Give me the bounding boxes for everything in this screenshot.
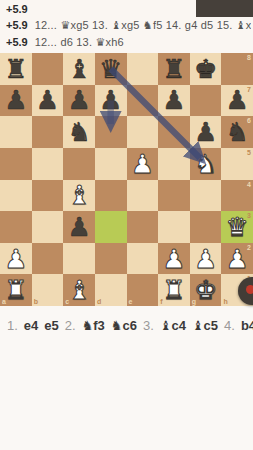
line1-eval: +5.9: [6, 19, 28, 31]
line2-moves: 12... d6 13. ♛xh6: [35, 36, 124, 48]
move-token[interactable]: ♞f3: [82, 318, 105, 333]
square-b4[interactable]: [32, 180, 64, 212]
square-d7[interactable]: ♟: [95, 85, 127, 117]
square-a7[interactable]: ♟: [0, 85, 32, 117]
black-queen[interactable]: ♛: [99, 56, 122, 82]
square-e6[interactable]: [127, 116, 159, 148]
white-pawn[interactable]: ♟: [4, 246, 27, 272]
square-d3[interactable]: [95, 211, 127, 243]
square-h2[interactable]: ♟2: [221, 243, 253, 275]
square-c7[interactable]: ♟: [63, 85, 95, 117]
white-pawn[interactable]: ♟: [194, 246, 217, 272]
move-token[interactable]: ♝c5: [192, 318, 218, 333]
coordinate-label: 5: [247, 149, 251, 156]
black-pawn[interactable]: ♟: [226, 87, 249, 113]
move-token[interactable]: e4: [24, 318, 38, 333]
move-token[interactable]: b4: [241, 318, 253, 333]
white-rook[interactable]: ♜: [4, 277, 27, 303]
square-f8[interactable]: ♜: [158, 53, 190, 85]
square-b7[interactable]: ♟: [32, 85, 64, 117]
square-h6[interactable]: ♞6: [221, 116, 253, 148]
black-pawn[interactable]: ♟: [194, 119, 217, 145]
move-number: 4.: [224, 318, 235, 333]
move-number: 2.: [65, 318, 76, 333]
square-h7[interactable]: ♟7: [221, 85, 253, 117]
white-rook[interactable]: ♜: [162, 277, 185, 303]
square-c1[interactable]: ♝c: [63, 274, 95, 306]
line1-moves: 12... ♛xg5 13. ♝xg5 ♞f5 14. g4 d5 15. ♝x…: [35, 19, 251, 31]
square-f7[interactable]: ♟: [158, 85, 190, 117]
square-c8[interactable]: ♝: [63, 53, 95, 85]
engine-line-2[interactable]: +5.912... d6 13. ♛xh6: [6, 36, 251, 49]
square-g1[interactable]: ♚g: [190, 274, 222, 306]
square-a5[interactable]: [0, 148, 32, 180]
square-b1[interactable]: b: [32, 274, 64, 306]
square-b6[interactable]: [32, 116, 64, 148]
black-king[interactable]: ♚: [194, 56, 217, 82]
square-g5[interactable]: ♞: [190, 148, 222, 180]
move-token[interactable]: e5: [44, 318, 58, 333]
coordinate-label: g: [192, 298, 196, 305]
square-f6[interactable]: [158, 116, 190, 148]
square-f3[interactable]: [158, 211, 190, 243]
black-pawn[interactable]: ♟: [99, 87, 122, 113]
coordinate-label: e: [129, 298, 133, 305]
square-d4[interactable]: [95, 180, 127, 212]
black-rook[interactable]: ♜: [4, 56, 27, 82]
square-e3[interactable]: [127, 211, 159, 243]
black-pawn[interactable]: ♟: [67, 87, 90, 113]
square-e1[interactable]: e: [127, 274, 159, 306]
coordinate-label: 3: [247, 212, 251, 219]
move-token[interactable]: ♞c6: [111, 318, 137, 333]
square-d8[interactable]: ♛: [95, 53, 127, 85]
white-queen[interactable]: ♛: [226, 214, 249, 240]
square-g8[interactable]: ♚: [190, 53, 222, 85]
square-f5[interactable]: [158, 148, 190, 180]
square-g2[interactable]: ♟: [190, 243, 222, 275]
square-d5[interactable]: [95, 148, 127, 180]
square-g7[interactable]: [190, 85, 222, 117]
square-e7[interactable]: [127, 85, 159, 117]
square-d6[interactable]: [95, 116, 127, 148]
coordinate-label: h: [223, 298, 227, 305]
square-a2[interactable]: ♟: [0, 243, 32, 275]
square-c3[interactable]: ♟: [63, 211, 95, 243]
coordinate-label: c: [65, 298, 69, 305]
record-dot-icon: [246, 285, 253, 294]
square-f1[interactable]: ♜f: [158, 274, 190, 306]
line2-eval: +5.9: [6, 36, 28, 48]
coordinate-label: 7: [247, 86, 251, 93]
white-king[interactable]: ♚: [194, 277, 217, 303]
square-c6[interactable]: ♞: [63, 116, 95, 148]
coordinate-label: f: [160, 298, 162, 305]
black-pawn[interactable]: ♟: [4, 87, 27, 113]
square-g6[interactable]: ♟: [190, 116, 222, 148]
chess-board[interactable]: ♜♝♛♜♚8♟♟♟♟♟♟7♞♟♞6♟♞5♝4♟♛3♟♟♟♟2♜ab♝cde♜f♚…: [0, 53, 253, 306]
square-e2[interactable]: [127, 243, 159, 275]
coordinate-label: b: [34, 298, 38, 305]
square-c4[interactable]: ♝: [63, 180, 95, 212]
black-pawn[interactable]: ♟: [67, 214, 90, 240]
square-h4[interactable]: 4: [221, 180, 253, 212]
square-g4[interactable]: [190, 180, 222, 212]
move-list: 1.e4e52.♞f3♞c63.♝c4♝c54.b4♝xb45.c3♝a56.d…: [0, 306, 253, 450]
white-pawn[interactable]: ♟: [131, 151, 154, 177]
white-pawn[interactable]: ♟: [226, 246, 249, 272]
white-bishop[interactable]: ♝: [67, 277, 90, 303]
square-a4[interactable]: [0, 180, 32, 212]
square-g3[interactable]: [190, 211, 222, 243]
square-f2[interactable]: ♟: [158, 243, 190, 275]
white-knight[interactable]: ♞: [194, 151, 217, 177]
coordinate-label: 2: [247, 244, 251, 251]
coordinate-label: a: [2, 298, 6, 305]
square-d1[interactable]: d: [95, 274, 127, 306]
black-pawn[interactable]: ♟: [36, 87, 59, 113]
square-a6[interactable]: [0, 116, 32, 148]
square-d2[interactable]: [95, 243, 127, 275]
move-token[interactable]: ♝c4: [160, 318, 186, 333]
engine-line-1[interactable]: +5.912... ♛xg5 13. ♝xg5 ♞f5 14. g4 d5 15…: [6, 19, 251, 32]
black-knight[interactable]: ♞: [67, 119, 90, 145]
top-right-button[interactable]: [196, 0, 253, 17]
move-number: 1.: [7, 318, 18, 333]
square-c2[interactable]: [63, 243, 95, 275]
white-bishop[interactable]: ♝: [67, 182, 90, 208]
square-f4[interactable]: [158, 180, 190, 212]
square-h5[interactable]: 5: [221, 148, 253, 180]
engine-panel: +5.9 +5.912... ♛xg5 13. ♝xg5 ♞f5 14. g4 …: [0, 0, 253, 53]
square-a1[interactable]: ♜a: [0, 274, 32, 306]
coordinate-label: 6: [247, 117, 251, 124]
evaluation-score: +5.9: [6, 3, 28, 15]
square-a3[interactable]: [0, 211, 32, 243]
black-knight[interactable]: ♞: [226, 119, 249, 145]
coordinate-label: 8: [247, 54, 251, 61]
square-b3[interactable]: [32, 211, 64, 243]
black-rook[interactable]: ♜: [162, 56, 185, 82]
square-a8[interactable]: ♜: [0, 53, 32, 85]
square-h8[interactable]: 8: [221, 53, 253, 85]
coordinate-label: d: [97, 298, 101, 305]
square-e5[interactable]: ♟: [127, 148, 159, 180]
square-b5[interactable]: [32, 148, 64, 180]
square-h3[interactable]: ♛3: [221, 211, 253, 243]
black-bishop[interactable]: ♝: [67, 56, 90, 82]
white-pawn[interactable]: ♟: [162, 246, 185, 272]
move-number: 3.: [143, 318, 154, 333]
black-pawn[interactable]: ♟: [162, 87, 185, 113]
coordinate-label: 4: [247, 181, 251, 188]
square-b8[interactable]: [32, 53, 64, 85]
square-e4[interactable]: [127, 180, 159, 212]
square-e8[interactable]: [127, 53, 159, 85]
square-c5[interactable]: [63, 148, 95, 180]
square-b2[interactable]: [32, 243, 64, 275]
